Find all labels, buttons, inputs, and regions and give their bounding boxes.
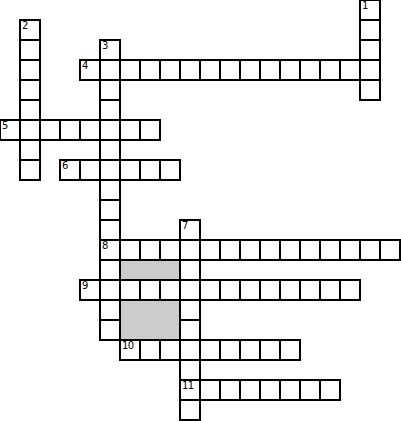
cell-r14c13[interactable] [259,279,281,301]
cell-r9c5[interactable] [99,179,121,201]
cell-r12c8[interactable] [159,239,181,261]
cell-r2c5[interactable] [99,39,121,61]
cell-r3c8[interactable] [159,59,181,81]
cell-r11c5[interactable] [99,219,121,241]
cell-r14c10[interactable] [199,279,221,301]
cell-r2c1[interactable] [19,39,41,61]
cell-r19c12[interactable] [239,379,261,401]
cell-r6c7[interactable] [139,119,161,141]
cell-r1c18[interactable] [359,19,381,41]
cell-r17c14[interactable] [279,339,301,361]
cell-r12c10[interactable] [199,239,221,261]
cell-r3c14[interactable] [279,59,301,81]
shaded-block [120,260,180,280]
cell-r12c14[interactable] [279,239,301,261]
cell-r6c5[interactable] [99,119,121,141]
crossword-board: 4568910111237 [0,0,401,421]
cell-r8c4[interactable] [79,159,101,181]
cell-r14c14[interactable] [279,279,301,301]
cell-r12c9[interactable] [179,239,201,261]
cell-r4c5[interactable] [99,79,121,101]
cell-r12c12[interactable] [239,239,261,261]
cell-r3c18[interactable] [359,59,381,81]
cell-r17c7[interactable] [139,339,161,361]
cell-r12c17[interactable] [339,239,361,261]
cell-r6c4[interactable] [79,119,101,141]
cell-r12c7[interactable] [139,239,161,261]
cell-r7c5[interactable] [99,139,121,161]
cell-r14c7[interactable] [139,279,161,301]
cell-r12c13[interactable] [259,239,281,261]
cell-r12c16[interactable] [319,239,341,261]
cell-r19c9[interactable] [179,379,201,401]
cell-r19c14[interactable] [279,379,301,401]
cell-r3c4[interactable] [79,59,101,81]
cell-r3c15[interactable] [299,59,321,81]
cell-r19c16[interactable] [319,379,341,401]
cell-r15c9[interactable] [179,299,201,321]
cell-r3c9[interactable] [179,59,201,81]
cell-r6c6[interactable] [119,119,141,141]
cell-r12c5[interactable] [99,239,121,261]
cell-r12c18[interactable] [359,239,381,261]
cell-r4c1[interactable] [19,79,41,101]
cell-r8c3[interactable] [59,159,81,181]
cell-r3c7[interactable] [139,59,161,81]
cell-r19c13[interactable] [259,379,281,401]
cell-r8c6[interactable] [119,159,141,181]
cell-r3c17[interactable] [339,59,361,81]
cell-r6c2[interactable] [39,119,61,141]
cell-r3c16[interactable] [319,59,341,81]
cell-r3c12[interactable] [239,59,261,81]
cell-r8c1[interactable] [19,159,41,181]
cell-r19c10[interactable] [199,379,221,401]
cell-r18c9[interactable] [179,359,201,381]
cell-r6c1[interactable] [19,119,41,141]
cell-r5c5[interactable] [99,99,121,121]
cell-r14c16[interactable] [319,279,341,301]
cell-r15c5[interactable] [99,299,121,321]
cell-r17c9[interactable] [179,339,201,361]
cell-r12c19[interactable] [379,239,401,261]
cell-r17c10[interactable] [199,339,221,361]
cell-r5c1[interactable] [19,99,41,121]
cell-r3c5[interactable] [99,59,121,81]
cell-r4c18[interactable] [359,79,381,101]
cell-r12c6[interactable] [119,239,141,261]
cell-r8c5[interactable] [99,159,121,181]
cell-r12c11[interactable] [219,239,241,261]
cell-r14c5[interactable] [99,279,121,301]
cell-r7c1[interactable] [19,139,41,161]
cell-r13c5[interactable] [99,259,121,281]
cell-r12c15[interactable] [299,239,321,261]
cell-r14c15[interactable] [299,279,321,301]
cell-r14c8[interactable] [159,279,181,301]
cell-r14c11[interactable] [219,279,241,301]
cell-r10c5[interactable] [99,199,121,221]
cell-r1c1[interactable] [19,19,41,41]
cell-r6c0[interactable] [0,119,21,141]
cell-r19c15[interactable] [299,379,321,401]
cell-r11c9[interactable] [179,219,201,241]
cell-r14c9[interactable] [179,279,201,301]
cell-r19c11[interactable] [219,379,241,401]
cell-r8c7[interactable] [139,159,161,181]
cell-r3c1[interactable] [19,59,41,81]
cell-r17c13[interactable] [259,339,281,361]
cell-r8c8[interactable] [159,159,181,181]
cell-r14c17[interactable] [339,279,361,301]
cell-r17c8[interactable] [159,339,181,361]
cell-r14c4[interactable] [79,279,101,301]
cell-r17c11[interactable] [219,339,241,361]
shaded-block [120,300,180,340]
cell-r17c12[interactable] [239,339,261,361]
cell-r16c9[interactable] [179,319,201,341]
cell-r3c13[interactable] [259,59,281,81]
cell-r6c3[interactable] [59,119,81,141]
cell-r17c6[interactable] [119,339,141,361]
cell-r14c12[interactable] [239,279,261,301]
cell-r14c6[interactable] [119,279,141,301]
cell-r3c11[interactable] [219,59,241,81]
cell-r3c6[interactable] [119,59,141,81]
cell-r13c9[interactable] [179,259,201,281]
cell-r20c9[interactable] [179,399,201,421]
cell-r3c10[interactable] [199,59,221,81]
cell-r16c5[interactable] [99,319,121,341]
cell-r2c18[interactable] [359,39,381,61]
cell-r0c18[interactable] [359,0,381,21]
